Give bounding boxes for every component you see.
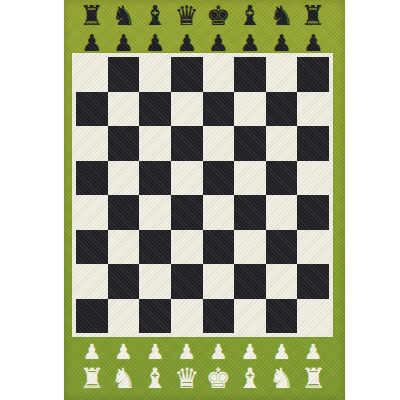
board-square-b5 <box>108 161 140 196</box>
chess-rug: ♜♞♝♛♚♝♞♜ ♟♟♟♟♟♟♟♟ ♟♟♟♟♟♟♟♟ ♜♞♝♛♚♝♞♜ <box>64 0 345 400</box>
board-square-g7 <box>266 92 298 127</box>
white-rook-glyph: ♜ <box>76 363 108 395</box>
white-pawn-glyph: ♟ <box>76 341 108 363</box>
board-square-a3 <box>76 230 108 265</box>
white-pawn-glyph: ♟ <box>297 341 329 363</box>
board-square-h5 <box>297 161 329 196</box>
board-square-e2 <box>203 264 235 299</box>
board-square-f1 <box>234 299 266 334</box>
board-square-h3 <box>297 230 329 265</box>
board-square-b6 <box>108 126 140 161</box>
board-square-d6 <box>171 126 203 161</box>
board-square-b4 <box>108 195 140 230</box>
board-square-f4 <box>234 195 266 230</box>
white-pawn-glyph: ♟ <box>266 341 298 363</box>
board-square-a1 <box>76 299 108 334</box>
board-square-b2 <box>108 264 140 299</box>
top-border-band: ♜♞♝♛♚♝♞♜ ♟♟♟♟♟♟♟♟ <box>64 0 345 57</box>
bottom-border-band: ♟♟♟♟♟♟♟♟ ♜♞♝♛♚♝♞♜ <box>64 337 345 400</box>
white-bishop-glyph: ♝ <box>234 363 266 395</box>
board-square-b8 <box>108 57 140 92</box>
white-knight-glyph: ♞ <box>266 363 298 395</box>
white-pawn-glyph: ♟ <box>203 341 235 363</box>
black-major-pieces-row: ♜♞♝♛♚♝♞♜ <box>76 1 329 30</box>
board-square-d5 <box>171 161 203 196</box>
black-bishop-glyph: ♝ <box>234 1 266 30</box>
board-square-h2 <box>297 264 329 299</box>
board-square-a8 <box>76 57 108 92</box>
board-square-f7 <box>234 92 266 127</box>
board-square-c1 <box>139 299 171 334</box>
board-square-h1 <box>297 299 329 334</box>
board-square-e6 <box>203 126 235 161</box>
board-square-g2 <box>266 264 298 299</box>
board-square-g4 <box>266 195 298 230</box>
board-square-b3 <box>108 230 140 265</box>
board-square-g8 <box>266 57 298 92</box>
white-pawn-glyph: ♟ <box>171 341 203 363</box>
board-square-f3 <box>234 230 266 265</box>
board-square-c7 <box>139 92 171 127</box>
board-square-c3 <box>139 230 171 265</box>
board-square-a6 <box>76 126 108 161</box>
white-king-glyph: ♚ <box>203 363 235 395</box>
board-square-b7 <box>108 92 140 127</box>
black-king-glyph: ♚ <box>203 1 235 30</box>
board-square-a5 <box>76 161 108 196</box>
board-square-h6 <box>297 126 329 161</box>
board-square-a2 <box>76 264 108 299</box>
black-rook-glyph: ♜ <box>297 1 329 30</box>
board-square-g6 <box>266 126 298 161</box>
white-pawn-glyph: ♟ <box>108 341 140 363</box>
board-square-e7 <box>203 92 235 127</box>
chessboard <box>76 57 329 333</box>
board-square-c4 <box>139 195 171 230</box>
board-square-g1 <box>266 299 298 334</box>
black-knight-glyph: ♞ <box>266 1 298 30</box>
board-square-f6 <box>234 126 266 161</box>
board-square-c2 <box>139 264 171 299</box>
board-square-e4 <box>203 195 235 230</box>
board-square-a7 <box>76 92 108 127</box>
board-square-g3 <box>266 230 298 265</box>
board-square-c6 <box>139 126 171 161</box>
white-rook-glyph: ♜ <box>297 363 329 395</box>
white-queen-glyph: ♛ <box>171 363 203 395</box>
board-square-d8 <box>171 57 203 92</box>
board-square-e5 <box>203 161 235 196</box>
board-frame <box>72 53 333 337</box>
board-square-e8 <box>203 57 235 92</box>
board-square-h8 <box>297 57 329 92</box>
white-major-pieces-row: ♜♞♝♛♚♝♞♜ <box>76 363 329 395</box>
board-square-h7 <box>297 92 329 127</box>
board-square-e3 <box>203 230 235 265</box>
board-square-e1 <box>203 299 235 334</box>
board-square-d1 <box>171 299 203 334</box>
board-square-f8 <box>234 57 266 92</box>
black-queen-glyph: ♛ <box>171 1 203 30</box>
white-pawns-row: ♟♟♟♟♟♟♟♟ <box>76 341 329 363</box>
board-square-b1 <box>108 299 140 334</box>
black-rook-glyph: ♜ <box>76 1 108 30</box>
board-square-d3 <box>171 230 203 265</box>
black-bishop-glyph: ♝ <box>139 1 171 30</box>
board-square-h4 <box>297 195 329 230</box>
board-square-d4 <box>171 195 203 230</box>
board-square-c8 <box>139 57 171 92</box>
white-pawn-glyph: ♟ <box>234 341 266 363</box>
white-bishop-glyph: ♝ <box>139 363 171 395</box>
board-square-c5 <box>139 161 171 196</box>
white-knight-glyph: ♞ <box>108 363 140 395</box>
board-square-d7 <box>171 92 203 127</box>
board-square-g5 <box>266 161 298 196</box>
board-square-a4 <box>76 195 108 230</box>
product-photo-background: ♜♞♝♛♚♝♞♜ ♟♟♟♟♟♟♟♟ ♟♟♟♟♟♟♟♟ ♜♞♝♛♚♝♞♜ <box>0 0 400 400</box>
white-pawn-glyph: ♟ <box>139 341 171 363</box>
board-square-f5 <box>234 161 266 196</box>
black-knight-glyph: ♞ <box>108 1 140 30</box>
board-square-d2 <box>171 264 203 299</box>
board-square-f2 <box>234 264 266 299</box>
